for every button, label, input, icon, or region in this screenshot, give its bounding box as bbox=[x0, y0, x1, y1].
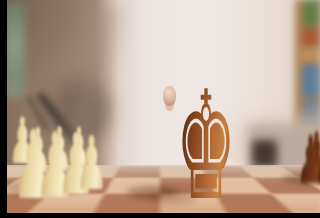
letterbox-left bbox=[0, 0, 7, 218]
pieces-layer: ♟♟♟♟♟♟♟♟♟♟♟♟♚ bbox=[0, 0, 320, 218]
black-pawn: ♟ bbox=[313, 126, 320, 194]
letterbox-bottom bbox=[0, 213, 320, 218]
photo-frame: ♟♟♟♟♟♟♟♟♟♟♟♟♚ bbox=[0, 0, 320, 218]
foreground-blur bbox=[0, 198, 320, 213]
king-finial bbox=[163, 86, 176, 106]
white-pawn: ♟ bbox=[75, 126, 108, 200]
chess-photo-scene: ♟♟♟♟♟♟♟♟♟♟♟♟♚ bbox=[0, 0, 320, 218]
black-king: ♚ bbox=[176, 71, 237, 218]
